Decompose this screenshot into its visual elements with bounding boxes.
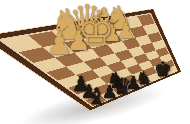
piece-black-bishop-a1[interactable]: ♝ <box>85 85 108 108</box>
pieces-layer: ♟♞♟♛♚♝♟♟♞♟♟♝♟♞♛♟♞♚ <box>0 0 190 124</box>
piece-white-pawn-b7[interactable]: ♟ <box>45 29 75 59</box>
piece-black-king-g1[interactable]: ♚ <box>153 60 173 80</box>
product-photo: ♟♞♟♛♚♝♟♟♞♟♟♝♟♞♛♟♞♚ <box>0 0 190 124</box>
